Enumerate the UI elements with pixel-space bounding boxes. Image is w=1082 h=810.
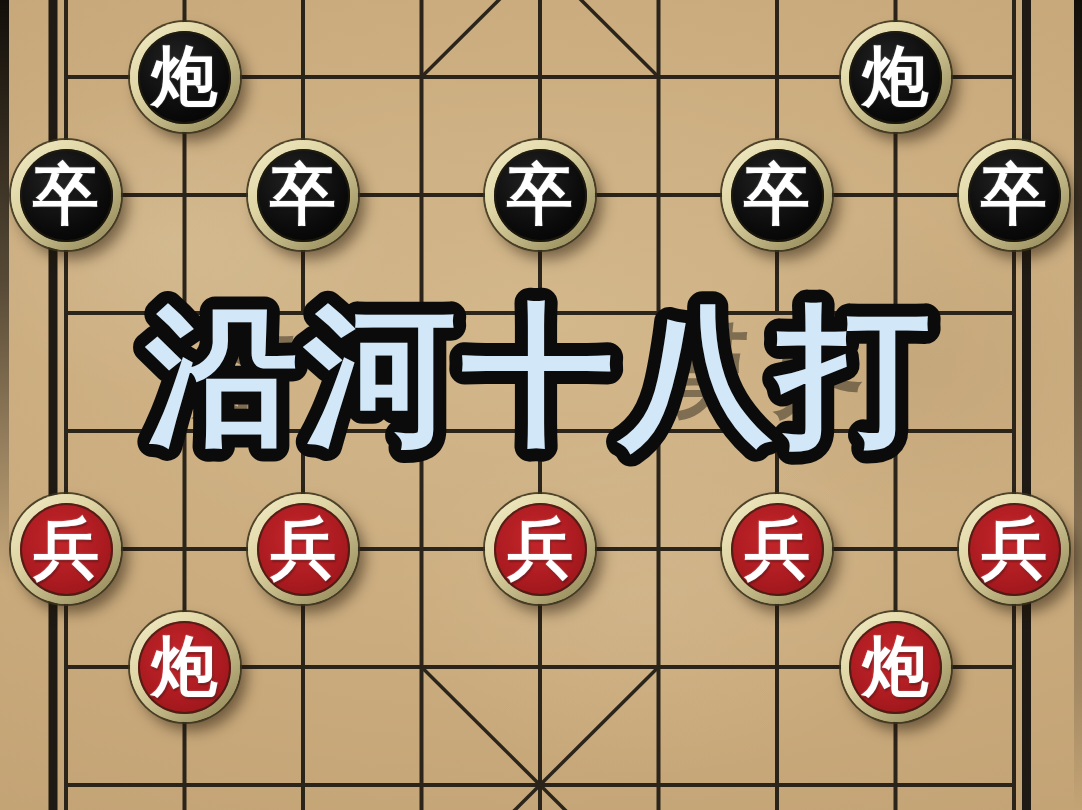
overlay-title: 沿河十八打 <box>0 0 1082 810</box>
xiangqi-board[interactable]: 楚河 漢界 炮炮卒卒卒卒卒兵兵兵兵兵炮炮 沿河十八打 <box>0 0 1082 810</box>
overlay-title-text: 沿河十八打 <box>144 287 936 464</box>
